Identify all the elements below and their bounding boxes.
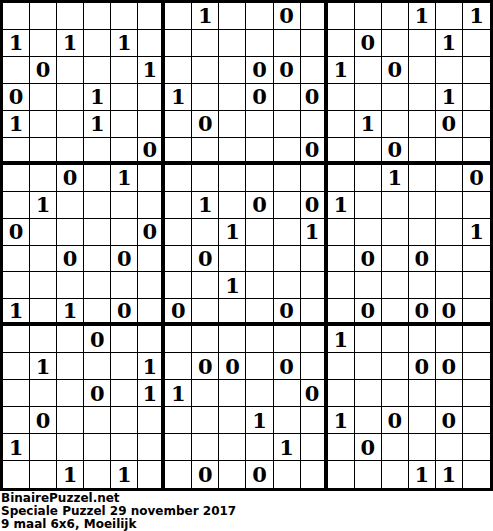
cell-r1c7[interactable]	[165, 3, 192, 30]
cell-r11c4[interactable]	[84, 272, 111, 299]
cell-r14c15[interactable]	[382, 353, 409, 380]
cell-r8c12: 0	[301, 192, 328, 219]
cell-r17c17[interactable]	[436, 434, 463, 461]
cell-r14c12[interactable]	[301, 353, 328, 380]
cell-r4c6[interactable]	[138, 84, 165, 111]
cell-r4c4: 1	[84, 84, 111, 111]
cell-r9c7[interactable]	[165, 219, 192, 246]
cell-r4c2[interactable]	[30, 84, 57, 111]
cell-r9c8[interactable]	[192, 219, 219, 246]
cell-r6c10[interactable]	[246, 138, 273, 165]
cell-r16c3[interactable]	[57, 407, 84, 434]
cell-r3c4[interactable]	[84, 57, 111, 84]
cell-r13c15[interactable]	[382, 326, 409, 353]
cell-r17c18[interactable]	[463, 434, 490, 461]
cell-r2c10[interactable]	[246, 30, 273, 57]
cell-r18c7[interactable]	[165, 461, 192, 488]
cell-r7c9[interactable]	[219, 165, 246, 192]
cell-r13c7[interactable]	[165, 326, 192, 353]
cell-r17c10[interactable]	[246, 434, 273, 461]
cell-r5c18[interactable]	[463, 111, 490, 138]
cell-r4c13[interactable]	[328, 84, 355, 111]
cell-r3c13: 1	[328, 57, 355, 84]
cell-r2c9[interactable]	[219, 30, 246, 57]
cell-r7c14[interactable]	[355, 165, 382, 192]
cell-r17c12[interactable]	[301, 434, 328, 461]
cell-r6c15: 0	[382, 138, 409, 165]
cell-r14c14[interactable]	[355, 353, 382, 380]
cell-r2c15[interactable]	[382, 30, 409, 57]
cell-r1c8: 1	[192, 3, 219, 30]
cell-r3c10: 0	[246, 57, 273, 84]
cell-r2c5: 1	[111, 30, 138, 57]
cell-r7c1[interactable]	[3, 165, 30, 192]
cell-r17c9[interactable]	[219, 434, 246, 461]
cell-r6c3[interactable]	[57, 138, 84, 165]
cell-r4c11[interactable]	[274, 84, 301, 111]
cell-r9c13[interactable]	[328, 219, 355, 246]
cell-r7c8[interactable]	[192, 165, 219, 192]
cell-r14c13[interactable]	[328, 353, 355, 380]
cell-r17c4[interactable]	[84, 434, 111, 461]
cell-r15c14[interactable]	[355, 380, 382, 407]
cell-r15c12: 0	[301, 380, 328, 407]
cell-r6c5[interactable]	[111, 138, 138, 165]
cell-r15c2[interactable]	[30, 380, 57, 407]
cell-r5c12[interactable]	[301, 111, 328, 138]
cell-r18c15[interactable]	[382, 461, 409, 488]
cell-r17c6[interactable]	[138, 434, 165, 461]
cell-r9c3[interactable]	[57, 219, 84, 246]
cell-r10c4[interactable]	[84, 246, 111, 273]
cell-r17c16[interactable]	[409, 434, 436, 461]
cell-r15c4: 0	[84, 380, 111, 407]
cell-r11c6[interactable]	[138, 272, 165, 299]
cell-r9c5[interactable]	[111, 219, 138, 246]
cell-r2c14: 0	[355, 30, 382, 57]
cell-r14c16: 0	[409, 353, 436, 380]
cell-r9c10[interactable]	[246, 219, 273, 246]
cell-r10c18[interactable]	[463, 246, 490, 273]
cell-r1c5[interactable]	[111, 3, 138, 30]
cell-r9c6: 0	[138, 219, 165, 246]
cell-r1c9[interactable]	[219, 3, 246, 30]
cell-r8c9[interactable]	[219, 192, 246, 219]
cell-r12c13[interactable]	[328, 299, 355, 326]
cell-r1c1[interactable]	[3, 3, 30, 30]
cell-r12c4[interactable]	[84, 299, 111, 326]
cell-r16c5[interactable]	[111, 407, 138, 434]
cell-r4c7: 1	[165, 84, 192, 111]
cell-r13c8[interactable]	[192, 326, 219, 353]
cell-r18c9[interactable]	[219, 461, 246, 488]
cell-r11c10[interactable]	[246, 272, 273, 299]
cell-r11c16[interactable]	[409, 272, 436, 299]
cell-r12c3: 1	[57, 299, 84, 326]
cell-r8c15[interactable]	[382, 192, 409, 219]
cell-r6c14[interactable]	[355, 138, 382, 165]
cell-r3c11: 0	[274, 57, 301, 84]
cell-r12c2[interactable]	[30, 299, 57, 326]
cell-r1c17[interactable]	[436, 3, 463, 30]
cell-r4c18[interactable]	[463, 84, 490, 111]
cell-r13c12[interactable]	[301, 326, 328, 353]
cell-r2c12[interactable]	[301, 30, 328, 57]
cell-r4c8[interactable]	[192, 84, 219, 111]
cell-r12c12[interactable]	[301, 299, 328, 326]
cell-r4c3[interactable]	[57, 84, 84, 111]
cell-r14c10[interactable]	[246, 353, 273, 380]
cell-r11c12[interactable]	[301, 272, 328, 299]
cell-r14c17: 0	[436, 353, 463, 380]
cell-r5c1: 1	[3, 111, 30, 138]
cell-r16c18[interactable]	[463, 407, 490, 434]
cell-r12c11: 0	[274, 299, 301, 326]
cell-r3c5[interactable]	[111, 57, 138, 84]
cell-r2c7[interactable]	[165, 30, 192, 57]
cell-r13c6[interactable]	[138, 326, 165, 353]
cell-r1c2[interactable]	[30, 3, 57, 30]
cell-r10c17[interactable]	[436, 246, 463, 273]
cell-r18c4[interactable]	[84, 461, 111, 488]
cell-r15c7: 1	[165, 380, 192, 407]
cell-r3c14[interactable]	[355, 57, 382, 84]
cell-r4c5[interactable]	[111, 84, 138, 111]
cell-r6c16[interactable]	[409, 138, 436, 165]
cell-r8c1[interactable]	[3, 192, 30, 219]
cell-r9c16[interactable]	[409, 219, 436, 246]
cell-r10c10[interactable]	[246, 246, 273, 273]
cell-r1c10[interactable]	[246, 3, 273, 30]
cell-r10c15[interactable]	[382, 246, 409, 273]
cell-r17c2[interactable]	[30, 434, 57, 461]
cell-r9c11[interactable]	[274, 219, 301, 246]
cell-r18c14[interactable]	[355, 461, 382, 488]
cell-r6c8[interactable]	[192, 138, 219, 165]
cell-r10c12[interactable]	[301, 246, 328, 273]
cell-r2c3: 1	[57, 30, 84, 57]
cell-r1c14[interactable]	[355, 3, 382, 30]
cell-r14c18[interactable]	[463, 353, 490, 380]
cell-r11c1[interactable]	[3, 272, 30, 299]
cell-r2c2[interactable]	[30, 30, 57, 57]
cell-r18c2[interactable]	[30, 461, 57, 488]
cell-r12c18[interactable]	[463, 299, 490, 326]
cell-r6c13[interactable]	[328, 138, 355, 165]
cell-r5c14: 1	[355, 111, 382, 138]
cell-r15c17[interactable]	[436, 380, 463, 407]
cell-r7c2[interactable]	[30, 165, 57, 192]
cell-r9c17[interactable]	[436, 219, 463, 246]
cell-r8c17[interactable]	[436, 192, 463, 219]
cell-r2c8[interactable]	[192, 30, 219, 57]
cell-r18c16: 1	[409, 461, 436, 488]
cell-r9c4[interactable]	[84, 219, 111, 246]
cell-r12c1: 1	[3, 299, 30, 326]
cell-r15c16[interactable]	[409, 380, 436, 407]
cell-r15c5[interactable]	[111, 380, 138, 407]
cell-r18c10: 0	[246, 461, 273, 488]
cell-r9c2[interactable]	[30, 219, 57, 246]
cell-r2c11[interactable]	[274, 30, 301, 57]
cell-r15c18[interactable]	[463, 380, 490, 407]
cell-r7c11[interactable]	[274, 165, 301, 192]
cell-r3c16[interactable]	[409, 57, 436, 84]
cell-r6c2[interactable]	[30, 138, 57, 165]
cell-r8c6[interactable]	[138, 192, 165, 219]
cell-r7c3: 0	[57, 165, 84, 192]
cell-r16c6[interactable]	[138, 407, 165, 434]
cell-r13c2[interactable]	[30, 326, 57, 353]
cell-r8c5[interactable]	[111, 192, 138, 219]
cell-r13c5[interactable]	[111, 326, 138, 353]
cell-r3c18[interactable]	[463, 57, 490, 84]
cell-r7c10[interactable]	[246, 165, 273, 192]
cell-r16c7[interactable]	[165, 407, 192, 434]
cell-r10c8: 0	[192, 246, 219, 273]
cell-r7c13[interactable]	[328, 165, 355, 192]
cell-r8c16[interactable]	[409, 192, 436, 219]
cell-r11c18[interactable]	[463, 272, 490, 299]
cell-r2c16[interactable]	[409, 30, 436, 57]
cell-r5c9[interactable]	[219, 111, 246, 138]
cell-r5c2[interactable]	[30, 111, 57, 138]
cell-r6c17[interactable]	[436, 138, 463, 165]
cell-r1c3[interactable]	[57, 3, 84, 30]
cell-r12c9[interactable]	[219, 299, 246, 326]
cell-r15c10[interactable]	[246, 380, 273, 407]
cell-r9c14[interactable]	[355, 219, 382, 246]
cell-r11c5[interactable]	[111, 272, 138, 299]
cell-r7c4[interactable]	[84, 165, 111, 192]
cell-r1c18: 1	[463, 3, 490, 30]
cell-r8c8: 1	[192, 192, 219, 219]
cell-r15c15[interactable]	[382, 380, 409, 407]
cell-r12c6[interactable]	[138, 299, 165, 326]
cell-r4c14[interactable]	[355, 84, 382, 111]
cell-r8c10: 0	[246, 192, 273, 219]
cell-r12c10[interactable]	[246, 299, 273, 326]
cell-r18c12[interactable]	[301, 461, 328, 488]
cell-r18c5: 1	[111, 461, 138, 488]
cell-r5c17: 0	[436, 111, 463, 138]
cell-r6c1[interactable]	[3, 138, 30, 165]
cell-r13c9[interactable]	[219, 326, 246, 353]
cell-r16c17: 0	[436, 407, 463, 434]
cell-r7c7[interactable]	[165, 165, 192, 192]
cell-r3c15: 0	[382, 57, 409, 84]
cell-r16c1[interactable]	[3, 407, 30, 434]
cell-r2c4[interactable]	[84, 30, 111, 57]
cell-r15c9[interactable]	[219, 380, 246, 407]
cell-r10c11[interactable]	[274, 246, 301, 273]
cell-r15c11[interactable]	[274, 380, 301, 407]
cell-r3c1[interactable]	[3, 57, 30, 84]
cell-r8c18[interactable]	[463, 192, 490, 219]
cell-r18c13[interactable]	[328, 461, 355, 488]
cell-r17c5[interactable]	[111, 434, 138, 461]
cell-r15c3[interactable]	[57, 380, 84, 407]
cell-r10c2[interactable]	[30, 246, 57, 273]
cell-r17c14: 0	[355, 434, 382, 461]
cell-r10c7[interactable]	[165, 246, 192, 273]
cell-r3c17[interactable]	[436, 57, 463, 84]
cell-r16c9[interactable]	[219, 407, 246, 434]
cell-r10c14: 0	[355, 246, 382, 273]
cell-r3c2: 0	[30, 57, 57, 84]
cell-r14c7[interactable]	[165, 353, 192, 380]
cell-r12c7: 0	[165, 299, 192, 326]
cell-r10c13[interactable]	[328, 246, 355, 273]
cell-r2c18[interactable]	[463, 30, 490, 57]
cell-r10c9[interactable]	[219, 246, 246, 273]
cell-r13c17[interactable]	[436, 326, 463, 353]
cell-r5c15[interactable]	[382, 111, 409, 138]
cell-r16c14[interactable]	[355, 407, 382, 434]
cell-r1c13[interactable]	[328, 3, 355, 30]
cell-r11c17[interactable]	[436, 272, 463, 299]
cell-r5c5[interactable]	[111, 111, 138, 138]
cell-r17c7[interactable]	[165, 434, 192, 461]
cell-r14c11: 0	[274, 353, 301, 380]
cell-r7c16[interactable]	[409, 165, 436, 192]
cell-r3c7[interactable]	[165, 57, 192, 84]
cell-r13c11[interactable]	[274, 326, 301, 353]
cell-r14c9: 0	[219, 353, 246, 380]
cell-r14c4[interactable]	[84, 353, 111, 380]
cell-r18c1[interactable]	[3, 461, 30, 488]
cell-r9c12: 1	[301, 219, 328, 246]
cell-r6c7[interactable]	[165, 138, 192, 165]
cell-r13c10[interactable]	[246, 326, 273, 353]
cell-r18c6[interactable]	[138, 461, 165, 488]
cell-r18c3: 1	[57, 461, 84, 488]
cell-r10c6[interactable]	[138, 246, 165, 273]
cell-r13c13: 1	[328, 326, 355, 353]
cell-r4c12: 0	[301, 84, 328, 111]
cell-r12c14: 0	[355, 299, 382, 326]
cell-r7c18: 0	[463, 165, 490, 192]
cell-r12c8[interactable]	[192, 299, 219, 326]
cell-r16c8[interactable]	[192, 407, 219, 434]
cell-r17c8[interactable]	[192, 434, 219, 461]
cell-r11c2[interactable]	[30, 272, 57, 299]
cell-r13c1[interactable]	[3, 326, 30, 353]
cell-r16c16[interactable]	[409, 407, 436, 434]
cell-r8c7[interactable]	[165, 192, 192, 219]
cell-r4c9[interactable]	[219, 84, 246, 111]
cell-r2c6[interactable]	[138, 30, 165, 57]
cell-r13c18[interactable]	[463, 326, 490, 353]
cell-r4c1: 0	[3, 84, 30, 111]
cell-r1c12[interactable]	[301, 3, 328, 30]
cell-r11c14[interactable]	[355, 272, 382, 299]
cell-r4c16[interactable]	[409, 84, 436, 111]
cell-r9c15[interactable]	[382, 219, 409, 246]
cell-r16c10: 1	[246, 407, 273, 434]
cell-r12c15[interactable]	[382, 299, 409, 326]
cell-r14c1[interactable]	[3, 353, 30, 380]
cell-r13c14[interactable]	[355, 326, 382, 353]
cell-r11c9: 1	[219, 272, 246, 299]
cell-r1c15[interactable]	[382, 3, 409, 30]
cell-r1c4[interactable]	[84, 3, 111, 30]
cell-r6c11[interactable]	[274, 138, 301, 165]
cell-r12c17: 0	[436, 299, 463, 326]
cell-r17c13[interactable]	[328, 434, 355, 461]
cell-r17c3[interactable]	[57, 434, 84, 461]
cell-r14c3[interactable]	[57, 353, 84, 380]
cell-r18c18[interactable]	[463, 461, 490, 488]
cell-r2c13[interactable]	[328, 30, 355, 57]
cell-r16c15: 0	[382, 407, 409, 434]
cell-r17c1: 1	[3, 434, 30, 461]
cell-r4c17: 1	[436, 84, 463, 111]
cell-r16c4[interactable]	[84, 407, 111, 434]
cell-r6c12: 0	[301, 138, 328, 165]
cell-r8c11[interactable]	[274, 192, 301, 219]
cell-r17c15[interactable]	[382, 434, 409, 461]
cell-r3c12[interactable]	[301, 57, 328, 84]
cell-r14c2: 1	[30, 353, 57, 380]
cell-r16c12[interactable]	[301, 407, 328, 434]
cell-r7c17[interactable]	[436, 165, 463, 192]
cell-r16c11[interactable]	[274, 407, 301, 434]
cell-r11c3[interactable]	[57, 272, 84, 299]
cell-r15c13[interactable]	[328, 380, 355, 407]
cell-r5c16[interactable]	[409, 111, 436, 138]
cell-r5c13[interactable]	[328, 111, 355, 138]
cell-r11c8[interactable]	[192, 272, 219, 299]
cell-r7c15: 1	[382, 165, 409, 192]
cell-r14c5[interactable]	[111, 353, 138, 380]
cell-r1c16: 1	[409, 3, 436, 30]
puzzle-footer: BinairePuzzel.net Speciale Puzzel 29 nov…	[0, 491, 493, 531]
cell-r5c7[interactable]	[165, 111, 192, 138]
cell-r11c7[interactable]	[165, 272, 192, 299]
cell-r15c1[interactable]	[3, 380, 30, 407]
cell-r7c5: 1	[111, 165, 138, 192]
cell-r11c15[interactable]	[382, 272, 409, 299]
cell-r11c13[interactable]	[328, 272, 355, 299]
cell-r4c15[interactable]	[382, 84, 409, 111]
cell-r15c8[interactable]	[192, 380, 219, 407]
cell-r3c3[interactable]	[57, 57, 84, 84]
cell-r8c14[interactable]	[355, 192, 382, 219]
cell-r6c18[interactable]	[463, 138, 490, 165]
cell-r13c3[interactable]	[57, 326, 84, 353]
cell-r3c8[interactable]	[192, 57, 219, 84]
cell-r5c11[interactable]	[274, 111, 301, 138]
cell-r8c13: 1	[328, 192, 355, 219]
cell-r8c3[interactable]	[57, 192, 84, 219]
cell-r10c1[interactable]	[3, 246, 30, 273]
cell-r18c11[interactable]	[274, 461, 301, 488]
cell-r13c16[interactable]	[409, 326, 436, 353]
cell-r5c3[interactable]	[57, 111, 84, 138]
cell-r15c6: 1	[138, 380, 165, 407]
cell-r5c6[interactable]	[138, 111, 165, 138]
cell-r6c9[interactable]	[219, 138, 246, 165]
cell-r7c6[interactable]	[138, 165, 165, 192]
cell-r5c10[interactable]	[246, 111, 273, 138]
cell-r6c4[interactable]	[84, 138, 111, 165]
cell-r11c11[interactable]	[274, 272, 301, 299]
cell-r3c9[interactable]	[219, 57, 246, 84]
cell-r7c12[interactable]	[301, 165, 328, 192]
cell-r8c4[interactable]	[84, 192, 111, 219]
cell-r1c6[interactable]	[138, 3, 165, 30]
